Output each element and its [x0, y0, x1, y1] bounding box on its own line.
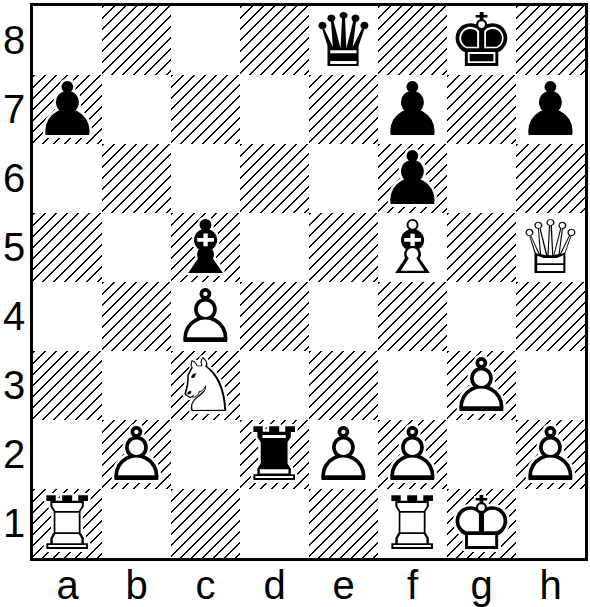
black-pawn-halo: ♟︎: [378, 144, 447, 213]
black-queen-halo: ♛︎: [309, 6, 378, 75]
square-e8[interactable]: ♛︎♛︎: [309, 6, 378, 75]
piece-black-pawn-f6: ♟︎: [378, 144, 447, 213]
black-pawn-halo: ♟︎: [516, 75, 585, 144]
square-b5[interactable]: [102, 213, 171, 282]
square-d5[interactable]: [240, 213, 309, 282]
piece-white-knight-c3: ♘︎: [171, 351, 240, 420]
square-f4[interactable]: [378, 282, 447, 351]
square-c3[interactable]: ♞︎♘︎: [171, 351, 240, 420]
file-label-d: d: [240, 563, 309, 607]
white-knight-halo: ♞︎: [171, 351, 240, 420]
square-a1[interactable]: ♜︎♖︎: [33, 489, 102, 558]
white-pawn-halo: ♟︎: [447, 351, 516, 420]
white-queen-halo: ♛︎: [516, 213, 585, 282]
square-g6[interactable]: [447, 144, 516, 213]
square-h3[interactable]: [516, 351, 585, 420]
file-label-g: g: [447, 563, 516, 607]
square-g5[interactable]: [447, 213, 516, 282]
square-f7[interactable]: ♟︎♟︎: [378, 75, 447, 144]
rank-label-4: 4: [0, 282, 28, 351]
black-rook-halo: ♜︎: [240, 420, 309, 489]
square-d4[interactable]: [240, 282, 309, 351]
piece-black-bishop-c5: ♝︎: [171, 213, 240, 282]
square-d8[interactable]: [240, 6, 309, 75]
square-h4[interactable]: [516, 282, 585, 351]
rank-label-3: 3: [0, 351, 28, 420]
piece-white-rook-f1: ♖︎: [378, 489, 447, 558]
square-c2[interactable]: [171, 420, 240, 489]
square-b4[interactable]: [102, 282, 171, 351]
square-c7[interactable]: [171, 75, 240, 144]
white-rook-halo: ♜︎: [378, 489, 447, 558]
square-h6[interactable]: [516, 144, 585, 213]
square-f8[interactable]: [378, 6, 447, 75]
square-g3[interactable]: ♟︎♙︎: [447, 351, 516, 420]
square-c1[interactable]: [171, 489, 240, 558]
piece-white-queen-h5: ♕︎: [516, 213, 585, 282]
square-g1[interactable]: ♚︎♔︎: [447, 489, 516, 558]
square-g2[interactable]: [447, 420, 516, 489]
square-g4[interactable]: [447, 282, 516, 351]
square-a4[interactable]: [33, 282, 102, 351]
square-h8[interactable]: [516, 6, 585, 75]
black-king-halo: ♚︎: [447, 6, 516, 75]
square-a2[interactable]: [33, 420, 102, 489]
square-e2[interactable]: ♟︎♙︎: [309, 420, 378, 489]
piece-white-pawn-c4: ♙︎: [171, 282, 240, 351]
piece-black-pawn-a7: ♟︎: [33, 75, 102, 144]
square-a3[interactable]: [33, 351, 102, 420]
square-f2[interactable]: ♟︎♙︎: [378, 420, 447, 489]
piece-white-pawn-b2: ♙︎: [102, 420, 171, 489]
piece-white-pawn-e2: ♙︎: [309, 420, 378, 489]
square-b1[interactable]: [102, 489, 171, 558]
square-a6[interactable]: [33, 144, 102, 213]
square-a5[interactable]: [33, 213, 102, 282]
rank-label-5: 5: [0, 213, 28, 282]
square-c8[interactable]: [171, 6, 240, 75]
black-bishop-halo: ♝︎: [171, 213, 240, 282]
square-f3[interactable]: [378, 351, 447, 420]
file-label-h: h: [516, 563, 585, 607]
square-h7[interactable]: ♟︎♟︎: [516, 75, 585, 144]
white-pawn-halo: ♟︎: [309, 420, 378, 489]
square-c4[interactable]: ♟︎♙︎: [171, 282, 240, 351]
square-e4[interactable]: [309, 282, 378, 351]
square-h5[interactable]: ♛︎♕︎: [516, 213, 585, 282]
square-d3[interactable]: [240, 351, 309, 420]
square-b7[interactable]: [102, 75, 171, 144]
white-bishop-halo: ♝︎: [378, 213, 447, 282]
piece-black-king-g8: ♚︎: [447, 6, 516, 75]
square-c5[interactable]: ♝︎♝︎: [171, 213, 240, 282]
piece-white-pawn-h2: ♙︎: [516, 420, 585, 489]
square-a8[interactable]: [33, 6, 102, 75]
square-e5[interactable]: [309, 213, 378, 282]
rank-label-2: 2: [0, 420, 28, 489]
file-label-f: f: [378, 563, 447, 607]
square-b8[interactable]: [102, 6, 171, 75]
square-h1[interactable]: [516, 489, 585, 558]
white-pawn-halo: ♟︎: [171, 282, 240, 351]
square-e3[interactable]: [309, 351, 378, 420]
piece-white-rook-a1: ♖︎: [33, 489, 102, 558]
square-f1[interactable]: ♜︎♖︎: [378, 489, 447, 558]
rank-label-7: 7: [0, 75, 28, 144]
square-g7[interactable]: [447, 75, 516, 144]
file-label-b: b: [102, 563, 171, 607]
square-d7[interactable]: [240, 75, 309, 144]
square-f6[interactable]: ♟︎♟︎: [378, 144, 447, 213]
black-pawn-halo: ♟︎: [33, 75, 102, 144]
square-b6[interactable]: [102, 144, 171, 213]
piece-black-pawn-h7: ♟︎: [516, 75, 585, 144]
piece-white-pawn-f2: ♙︎: [378, 420, 447, 489]
square-g8[interactable]: ♚︎♚︎: [447, 6, 516, 75]
square-c6[interactable]: [171, 144, 240, 213]
file-label-a: a: [33, 563, 102, 607]
rank-label-1: 1: [0, 489, 28, 558]
chess-board: ♛︎♛︎♚︎♚︎♟︎♟︎♟︎♟︎♟︎♟︎♟︎♟︎♝︎♝︎♝︎♗︎♛︎♕︎♟︎♙︎…: [30, 3, 588, 561]
file-label-e: e: [309, 563, 378, 607]
piece-black-queen-e8: ♛︎: [309, 6, 378, 75]
white-pawn-halo: ♟︎: [516, 420, 585, 489]
square-a7[interactable]: ♟︎♟︎: [33, 75, 102, 144]
square-b3[interactable]: [102, 351, 171, 420]
white-pawn-halo: ♟︎: [378, 420, 447, 489]
piece-white-pawn-g3: ♙︎: [447, 351, 516, 420]
chess-diagram: ♛︎♛︎♚︎♚︎♟︎♟︎♟︎♟︎♟︎♟︎♟︎♟︎♝︎♝︎♝︎♗︎♛︎♕︎♟︎♙︎…: [0, 0, 590, 607]
white-king-halo: ♚︎: [447, 489, 516, 558]
piece-black-rook-d2: ♜︎: [240, 420, 309, 489]
black-pawn-halo: ♟︎: [378, 75, 447, 144]
piece-white-bishop-f5: ♗︎: [378, 213, 447, 282]
file-label-c: c: [171, 563, 240, 607]
white-pawn-halo: ♟︎: [102, 420, 171, 489]
square-d6[interactable]: [240, 144, 309, 213]
rank-label-6: 6: [0, 144, 28, 213]
rank-label-8: 8: [0, 6, 28, 75]
square-b2[interactable]: ♟︎♙︎: [102, 420, 171, 489]
square-e6[interactable]: [309, 144, 378, 213]
square-e7[interactable]: [309, 75, 378, 144]
square-e1[interactable]: [309, 489, 378, 558]
square-h2[interactable]: ♟︎♙︎: [516, 420, 585, 489]
square-f5[interactable]: ♝︎♗︎: [378, 213, 447, 282]
square-d2[interactable]: ♜︎♜︎: [240, 420, 309, 489]
piece-black-pawn-f7: ♟︎: [378, 75, 447, 144]
piece-white-king-g1: ♔︎: [447, 489, 516, 558]
square-d1[interactable]: [240, 489, 309, 558]
white-rook-halo: ♜︎: [33, 489, 102, 558]
